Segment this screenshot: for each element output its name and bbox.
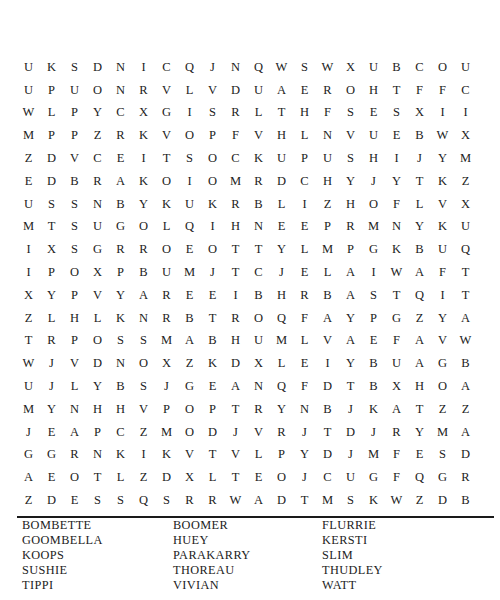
grid-cell-r12c13: F — [293, 307, 316, 330]
grid-cell-r1c16: U — [362, 56, 385, 79]
grid-cell-r18c19: S — [431, 444, 454, 467]
grid-cell-r14c20: B — [454, 352, 477, 375]
grid-cell-r13c1: T — [17, 330, 40, 353]
word-list-item: PARAKARRY — [173, 548, 251, 563]
grid-cell-r13c18: A — [408, 330, 431, 353]
grid-cell-r12c1: Z — [17, 307, 40, 330]
grid-cell-r19c9: L — [201, 466, 224, 489]
grid-cell-r3c13: H — [293, 102, 316, 125]
grid-cell-r16c16: K — [362, 398, 385, 421]
grid-cell-r11c16: S — [362, 284, 385, 307]
grid-cell-r19c14: C — [316, 466, 339, 489]
grid-cell-r17c8: O — [178, 421, 201, 444]
grid-cell-r18c13: Y — [293, 444, 316, 467]
grid-cell-r3c4: Y — [86, 102, 109, 125]
word-list-item: KOOPS — [22, 548, 103, 563]
grid-cell-r3c11: L — [247, 102, 270, 125]
grid-cell-r2c18: F — [408, 79, 431, 102]
grid-cell-r11c11: B — [247, 284, 270, 307]
grid-cell-r10c6: B — [132, 261, 155, 284]
grid-cell-r1c20: U — [454, 56, 477, 79]
word-list: BOMBETTEGOOMBELLAKOOPSSUSHIETIPPIBOOMERH… — [0, 518, 500, 598]
grid-cell-r11c8: E — [178, 284, 201, 307]
grid-cell-r7c18: L — [408, 193, 431, 216]
grid-cell-r8c12: E — [270, 216, 293, 239]
grid-cell-r15c1: U — [17, 375, 40, 398]
grid-cell-r16c1: M — [17, 398, 40, 421]
word-list-item: SUSHIE — [22, 563, 103, 578]
grid-cell-r19c12: O — [270, 466, 293, 489]
grid-cell-r11c6: A — [132, 284, 155, 307]
grid-cell-r6c14: H — [316, 170, 339, 193]
grid-cell-r3c2: L — [40, 102, 63, 125]
letter-grid: UKSDNICQJNQWSWXUBCOUUPUONRVLVDUAEROHTFFC… — [17, 56, 477, 512]
grid-cell-r3c19: I — [431, 102, 454, 125]
grid-cell-r13c7: M — [155, 330, 178, 353]
grid-cell-r20c2: D — [40, 489, 63, 512]
grid-cell-r13c9: B — [201, 330, 224, 353]
word-search-page: UKSDNICQJNQWSWXUBCOUUPUONRVLVDUAEROHTFFC… — [0, 0, 500, 600]
word-list-item: HUEY — [173, 533, 251, 548]
grid-cell-r6c4: R — [86, 170, 109, 193]
grid-cell-r2c3: U — [63, 79, 86, 102]
grid-cell-r18c10: V — [224, 444, 247, 467]
grid-cell-r2c4: O — [86, 79, 109, 102]
grid-cell-r1c8: Q — [178, 56, 201, 79]
grid-cell-r6c9: O — [201, 170, 224, 193]
grid-cell-r6c7: O — [155, 170, 178, 193]
grid-cell-r15c7: J — [155, 375, 178, 398]
grid-cell-r2c1: U — [17, 79, 40, 102]
grid-cell-r5c10: C — [224, 147, 247, 170]
grid-cell-r8c19: K — [431, 216, 454, 239]
grid-cell-r10c13: E — [293, 261, 316, 284]
grid-cell-r7c3: S — [63, 193, 86, 216]
grid-cell-r18c17: F — [385, 444, 408, 467]
grid-cell-r10c5: P — [109, 261, 132, 284]
grid-cell-r13c14: V — [316, 330, 339, 353]
grid-cell-r20c13: T — [293, 489, 316, 512]
grid-cell-r7c5: B — [109, 193, 132, 216]
grid-cell-r1c11: Q — [247, 56, 270, 79]
grid-cell-r1c17: B — [385, 56, 408, 79]
grid-cell-r20c19: D — [431, 489, 454, 512]
grid-cell-r16c8: O — [178, 398, 201, 421]
grid-cell-r16c4: H — [86, 398, 109, 421]
grid-cell-r19c18: Q — [408, 466, 431, 489]
grid-cell-r8c15: R — [339, 216, 362, 239]
grid-cell-r5c2: D — [40, 147, 63, 170]
grid-cell-r3c6: X — [132, 102, 155, 125]
grid-cell-r20c8: R — [178, 489, 201, 512]
grid-cell-r9c8: E — [178, 238, 201, 261]
grid-cell-r1c6: I — [132, 56, 155, 79]
grid-cell-r11c3: P — [63, 284, 86, 307]
grid-cell-r19c7: D — [155, 466, 178, 489]
grid-cell-r8c13: E — [293, 216, 316, 239]
grid-cell-r15c16: B — [362, 375, 385, 398]
grid-cell-r4c6: K — [132, 124, 155, 147]
grid-cell-r14c12: L — [270, 352, 293, 375]
grid-cell-r6c20: Z — [454, 170, 477, 193]
grid-cell-r3c20: I — [454, 102, 477, 125]
grid-cell-r18c2: G — [40, 444, 63, 467]
grid-cell-r2c10: D — [224, 79, 247, 102]
grid-cell-r14c8: Z — [178, 352, 201, 375]
grid-cell-r7c11: B — [247, 193, 270, 216]
grid-cell-r15c8: G — [178, 375, 201, 398]
grid-cell-r18c9: T — [201, 444, 224, 467]
grid-cell-r15c20: A — [454, 375, 477, 398]
grid-cell-r13c16: E — [362, 330, 385, 353]
grid-cell-r5c8: S — [178, 147, 201, 170]
grid-cell-r15c9: E — [201, 375, 224, 398]
grid-cell-r14c3: V — [63, 352, 86, 375]
word-list-item: THOREAU — [173, 563, 251, 578]
grid-cell-r1c18: C — [408, 56, 431, 79]
grid-cell-r16c14: B — [316, 398, 339, 421]
grid-cell-r12c7: R — [155, 307, 178, 330]
grid-cell-r15c18: H — [408, 375, 431, 398]
grid-cell-r4c4: Z — [86, 124, 109, 147]
grid-cell-r17c10: J — [224, 421, 247, 444]
grid-cell-r20c16: K — [362, 489, 385, 512]
word-list-item: WATT — [322, 578, 383, 593]
grid-cell-r9c3: S — [63, 238, 86, 261]
grid-cell-r3c17: S — [385, 102, 408, 125]
grid-cell-r17c15: D — [339, 421, 362, 444]
grid-cell-r9c20: Q — [454, 238, 477, 261]
grid-cell-r17c16: J — [362, 421, 385, 444]
grid-cell-r16c18: T — [408, 398, 431, 421]
grid-cell-r6c13: C — [293, 170, 316, 193]
word-list-item: BOOMER — [173, 518, 251, 533]
grid-cell-r16c15: J — [339, 398, 362, 421]
grid-cell-r6c18: T — [408, 170, 431, 193]
grid-cell-r6c12: D — [270, 170, 293, 193]
grid-cell-r1c7: C — [155, 56, 178, 79]
grid-cell-r6c1: E — [17, 170, 40, 193]
grid-cell-r6c8: I — [178, 170, 201, 193]
grid-cell-r15c2: J — [40, 375, 63, 398]
grid-cell-r12c2: L — [40, 307, 63, 330]
grid-cell-r10c12: J — [270, 261, 293, 284]
grid-cell-r3c5: C — [109, 102, 132, 125]
grid-cell-r4c16: U — [362, 124, 385, 147]
grid-cell-r20c11: A — [247, 489, 270, 512]
grid-cell-r7c1: U — [17, 193, 40, 216]
grid-cell-r6c15: Y — [339, 170, 362, 193]
grid-cell-r18c5: K — [109, 444, 132, 467]
grid-cell-r5c20: M — [454, 147, 477, 170]
grid-cell-r3c18: X — [408, 102, 431, 125]
grid-cell-r6c19: K — [431, 170, 454, 193]
word-list-item: TIPPI — [22, 578, 103, 593]
grid-cell-r9c13: L — [293, 238, 316, 261]
grid-cell-r10c7: U — [155, 261, 178, 284]
grid-cell-r19c20: R — [454, 466, 477, 489]
grid-cell-r14c9: K — [201, 352, 224, 375]
grid-cell-r4c14: N — [316, 124, 339, 147]
grid-cell-r3c16: E — [362, 102, 385, 125]
grid-cell-r19c8: X — [178, 466, 201, 489]
grid-cell-r2c20: C — [454, 79, 477, 102]
grid-cell-r4c9: P — [201, 124, 224, 147]
grid-cell-r12c10: R — [224, 307, 247, 330]
grid-cell-r14c11: X — [247, 352, 270, 375]
word-list-item: VIVIAN — [173, 578, 251, 593]
grid-cell-r10c11: C — [247, 261, 270, 284]
grid-cell-r1c12: W — [270, 56, 293, 79]
grid-cell-r3c1: W — [17, 102, 40, 125]
grid-cell-r3c7: G — [155, 102, 178, 125]
grid-cell-r3c15: S — [339, 102, 362, 125]
grid-cell-r10c15: A — [339, 261, 362, 284]
grid-cell-r18c7: K — [155, 444, 178, 467]
grid-cell-r19c2: E — [40, 466, 63, 489]
grid-cell-r5c17: I — [385, 147, 408, 170]
grid-cell-r5c6: I — [132, 147, 155, 170]
grid-cell-r19c5: L — [109, 466, 132, 489]
grid-cell-r14c10: D — [224, 352, 247, 375]
grid-cell-r11c19: I — [431, 284, 454, 307]
word-list-item: GOOMBELLA — [22, 533, 103, 548]
grid-cell-r12c11: O — [247, 307, 270, 330]
grid-cell-r12c20: A — [454, 307, 477, 330]
grid-cell-r6c10: M — [224, 170, 247, 193]
grid-cell-r1c19: O — [431, 56, 454, 79]
grid-cell-r9c4: G — [86, 238, 109, 261]
grid-cell-r5c16: H — [362, 147, 385, 170]
grid-cell-r5c13: P — [293, 147, 316, 170]
grid-cell-r19c13: J — [293, 466, 316, 489]
grid-cell-r12c5: K — [109, 307, 132, 330]
grid-cell-r17c5: C — [109, 421, 132, 444]
grid-cell-r11c14: B — [316, 284, 339, 307]
grid-cell-r14c14: I — [316, 352, 339, 375]
grid-cell-r4c5: R — [109, 124, 132, 147]
grid-cell-r18c18: E — [408, 444, 431, 467]
grid-cell-r20c3: E — [63, 489, 86, 512]
grid-cell-r13c11: U — [247, 330, 270, 353]
grid-cell-r17c13: J — [293, 421, 316, 444]
grid-cell-r1c9: J — [201, 56, 224, 79]
grid-cell-r11c5: Y — [109, 284, 132, 307]
grid-cell-r17c7: M — [155, 421, 178, 444]
grid-cell-r7c15: H — [339, 193, 362, 216]
grid-cell-r10c2: P — [40, 261, 63, 284]
grid-cell-r6c5: A — [109, 170, 132, 193]
grid-cell-r9c16: G — [362, 238, 385, 261]
grid-cell-r8c14: P — [316, 216, 339, 239]
grid-cell-r12c9: T — [201, 307, 224, 330]
grid-cell-r17c9: D — [201, 421, 224, 444]
grid-cell-r13c3: P — [63, 330, 86, 353]
grid-cell-r15c4: Y — [86, 375, 109, 398]
grid-cell-r11c12: H — [270, 284, 293, 307]
grid-cell-r13c8: A — [178, 330, 201, 353]
grid-cell-r11c9: E — [201, 284, 224, 307]
grid-cell-r10c14: L — [316, 261, 339, 284]
grid-cell-r9c5: R — [109, 238, 132, 261]
grid-cell-r2c8: L — [178, 79, 201, 102]
grid-cell-r17c4: P — [86, 421, 109, 444]
grid-cell-r14c2: J — [40, 352, 63, 375]
grid-cell-r9c17: K — [385, 238, 408, 261]
grid-cell-r19c16: G — [362, 466, 385, 489]
grid-cell-r16c3: N — [63, 398, 86, 421]
grid-cell-r12c4: L — [86, 307, 109, 330]
grid-cell-r14c16: B — [362, 352, 385, 375]
grid-cell-r7c19: V — [431, 193, 454, 216]
grid-cell-r1c14: W — [316, 56, 339, 79]
grid-cell-r8c4: U — [86, 216, 109, 239]
grid-cell-r5c9: O — [201, 147, 224, 170]
grid-cell-r12c14: A — [316, 307, 339, 330]
grid-cell-r4c1: M — [17, 124, 40, 147]
grid-cell-r9c12: Y — [270, 238, 293, 261]
grid-cell-r18c15: J — [339, 444, 362, 467]
grid-cell-r19c6: Z — [132, 466, 155, 489]
grid-cell-r2c5: N — [109, 79, 132, 102]
grid-cell-r12c16: P — [362, 307, 385, 330]
word-list-column-2: BOOMERHUEYPARAKARRYTHOREAUVIVIAN — [173, 518, 251, 593]
grid-cell-r4c15: V — [339, 124, 362, 147]
grid-cell-r4c17: E — [385, 124, 408, 147]
grid-cell-r16c2: Y — [40, 398, 63, 421]
grid-cell-r10c4: X — [86, 261, 109, 284]
grid-cell-r12c3: H — [63, 307, 86, 330]
grid-cell-r6c3: B — [63, 170, 86, 193]
grid-cell-r1c2: K — [40, 56, 63, 79]
grid-cell-r18c11: L — [247, 444, 270, 467]
grid-cell-r6c2: D — [40, 170, 63, 193]
grid-cell-r7c10: R — [224, 193, 247, 216]
grid-cell-r9c7: O — [155, 238, 178, 261]
grid-cell-r20c15: S — [339, 489, 362, 512]
grid-cell-r16c13: N — [293, 398, 316, 421]
grid-cell-r4c12: H — [270, 124, 293, 147]
grid-cell-r17c6: Z — [132, 421, 155, 444]
grid-cell-r9c1: I — [17, 238, 40, 261]
grid-cell-r8c18: Y — [408, 216, 431, 239]
grid-cell-r18c1: G — [17, 444, 40, 467]
grid-cell-r2c9: V — [201, 79, 224, 102]
grid-cell-r20c7: S — [155, 489, 178, 512]
grid-cell-r2c6: R — [132, 79, 155, 102]
grid-cell-r20c9: R — [201, 489, 224, 512]
grid-cell-r18c8: V — [178, 444, 201, 467]
grid-cell-r12c8: B — [178, 307, 201, 330]
word-list-item: BOMBETTE — [22, 518, 103, 533]
grid-cell-r15c19: O — [431, 375, 454, 398]
grid-cell-r9c19: U — [431, 238, 454, 261]
grid-cell-r17c14: T — [316, 421, 339, 444]
grid-cell-r8c20: U — [454, 216, 477, 239]
grid-cell-r15c10: A — [224, 375, 247, 398]
grid-cell-r9c11: T — [247, 238, 270, 261]
grid-cell-r2c7: V — [155, 79, 178, 102]
grid-cell-r11c7: R — [155, 284, 178, 307]
grid-cell-r13c6: S — [132, 330, 155, 353]
grid-cell-r8c5: G — [109, 216, 132, 239]
grid-cell-r11c4: V — [86, 284, 109, 307]
grid-cell-r7c4: N — [86, 193, 109, 216]
grid-cell-r15c14: D — [316, 375, 339, 398]
grid-cell-r16c19: Z — [431, 398, 454, 421]
grid-cell-r12c19: Y — [431, 307, 454, 330]
grid-cell-r6c17: Y — [385, 170, 408, 193]
grid-cell-r13c19: V — [431, 330, 454, 353]
grid-cell-r14c19: G — [431, 352, 454, 375]
grid-cell-r4c13: L — [293, 124, 316, 147]
grid-cell-r2c19: F — [431, 79, 454, 102]
grid-cell-r9c6: R — [132, 238, 155, 261]
grid-cell-r14c7: X — [155, 352, 178, 375]
grid-cell-r14c15: Y — [339, 352, 362, 375]
grid-cell-r20c5: S — [109, 489, 132, 512]
grid-cell-r19c11: E — [247, 466, 270, 489]
grid-cell-r13c20: W — [454, 330, 477, 353]
grid-cell-r18c14: D — [316, 444, 339, 467]
grid-cell-r7c9: K — [201, 193, 224, 216]
grid-cell-r2c15: O — [339, 79, 362, 102]
grid-cell-r1c5: N — [109, 56, 132, 79]
grid-cell-r20c10: W — [224, 489, 247, 512]
grid-cell-r16c10: T — [224, 398, 247, 421]
grid-cell-r14c17: U — [385, 352, 408, 375]
grid-cell-r18c4: N — [86, 444, 109, 467]
grid-cell-r8c9: I — [201, 216, 224, 239]
grid-cell-r8c3: S — [63, 216, 86, 239]
grid-cell-r9c18: B — [408, 238, 431, 261]
grid-cell-r3c8: I — [178, 102, 201, 125]
grid-cell-r14c1: W — [17, 352, 40, 375]
grid-cell-r15c11: N — [247, 375, 270, 398]
grid-cell-r17c19: M — [431, 421, 454, 444]
grid-cell-r7c12: L — [270, 193, 293, 216]
grid-cell-r8c2: T — [40, 216, 63, 239]
grid-cell-r15c5: B — [109, 375, 132, 398]
grid-cell-r11c10: I — [224, 284, 247, 307]
grid-cell-r8c8: Q — [178, 216, 201, 239]
grid-cell-r13c4: O — [86, 330, 109, 353]
grid-cell-r7c14: Z — [316, 193, 339, 216]
grid-cell-r15c6: S — [132, 375, 155, 398]
grid-cell-r17c17: R — [385, 421, 408, 444]
grid-cell-r3c14: F — [316, 102, 339, 125]
grid-cell-r5c19: Y — [431, 147, 454, 170]
grid-cell-r7c6: Y — [132, 193, 155, 216]
grid-cell-r2c12: A — [270, 79, 293, 102]
grid-cell-r13c10: H — [224, 330, 247, 353]
grid-cell-r12c12: Q — [270, 307, 293, 330]
grid-cell-r19c17: F — [385, 466, 408, 489]
grid-cell-r7c2: S — [40, 193, 63, 216]
grid-cell-r2c16: H — [362, 79, 385, 102]
grid-cell-r11c20: T — [454, 284, 477, 307]
grid-cell-r8c7: L — [155, 216, 178, 239]
grid-cell-r14c6: O — [132, 352, 155, 375]
grid-cell-r11c18: Q — [408, 284, 431, 307]
grid-cell-r17c18: Y — [408, 421, 431, 444]
grid-cell-r20c14: M — [316, 489, 339, 512]
grid-cell-r4c20: X — [454, 124, 477, 147]
grid-cell-r2c17: T — [385, 79, 408, 102]
grid-cell-r5c7: T — [155, 147, 178, 170]
grid-cell-r12c17: G — [385, 307, 408, 330]
grid-cell-r17c11: V — [247, 421, 270, 444]
